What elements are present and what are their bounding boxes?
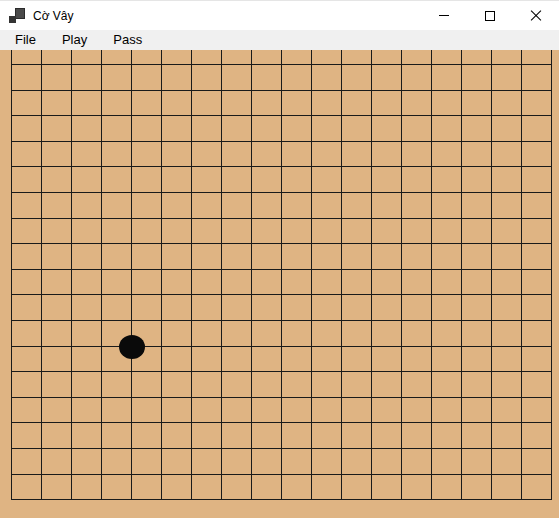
board-intersection-cell[interactable] <box>252 219 282 245</box>
board-intersection-cell[interactable] <box>252 50 282 65</box>
board-intersection-cell[interactable] <box>402 347 432 373</box>
board-intersection-cell[interactable] <box>42 219 72 245</box>
board-intersection-cell[interactable] <box>492 244 522 270</box>
board-intersection-cell[interactable] <box>12 50 42 65</box>
board-intersection-cell[interactable] <box>222 193 252 219</box>
board-intersection-cell[interactable] <box>72 219 102 245</box>
board-intersection-cell[interactable] <box>282 475 312 501</box>
board-intersection-cell[interactable] <box>72 167 102 193</box>
board-intersection-cell[interactable] <box>402 193 432 219</box>
board-intersection-cell[interactable] <box>132 50 162 65</box>
board-intersection-cell[interactable] <box>402 167 432 193</box>
board-intersection-cell[interactable] <box>282 50 312 65</box>
board-intersection-cell[interactable] <box>342 91 372 117</box>
board-intersection-cell[interactable] <box>252 91 282 117</box>
board-intersection-cell[interactable] <box>132 167 162 193</box>
board-intersection-cell[interactable] <box>462 193 492 219</box>
board-intersection-cell[interactable] <box>282 91 312 117</box>
board-intersection-cell[interactable] <box>162 91 192 117</box>
board-intersection-cell[interactable] <box>102 193 132 219</box>
board-intersection-cell[interactable] <box>12 423 42 449</box>
board-intersection-cell[interactable] <box>102 372 132 398</box>
board-intersection-cell[interactable] <box>282 347 312 373</box>
board-intersection-cell[interactable] <box>252 244 282 270</box>
board-intersection-cell[interactable] <box>162 65 192 91</box>
board-intersection-cell[interactable] <box>102 449 132 475</box>
board-intersection-cell[interactable] <box>312 91 342 117</box>
board-intersection-cell[interactable] <box>132 295 162 321</box>
board-intersection-cell[interactable] <box>42 372 72 398</box>
board-intersection-cell[interactable] <box>222 116 252 142</box>
board-intersection-cell[interactable] <box>342 295 372 321</box>
board-intersection-cell[interactable] <box>522 219 552 245</box>
board-intersection-cell[interactable] <box>252 65 282 91</box>
board-intersection-cell[interactable] <box>162 398 192 424</box>
board-intersection-cell[interactable] <box>402 270 432 296</box>
board-intersection-cell[interactable] <box>372 372 402 398</box>
board-intersection-cell[interactable] <box>282 295 312 321</box>
board-intersection-cell[interactable] <box>312 244 342 270</box>
board-intersection-cell[interactable] <box>432 321 462 347</box>
board-intersection-cell[interactable] <box>282 270 312 296</box>
board-intersection-cell[interactable] <box>222 65 252 91</box>
board-intersection-cell[interactable] <box>132 475 162 501</box>
board-intersection-cell[interactable] <box>42 270 72 296</box>
board-intersection-cell[interactable] <box>372 475 402 501</box>
board-intersection-cell[interactable] <box>42 91 72 117</box>
board-intersection-cell[interactable] <box>72 91 102 117</box>
board-intersection-cell[interactable] <box>222 167 252 193</box>
board-intersection-cell[interactable] <box>372 347 402 373</box>
board-intersection-cell[interactable] <box>102 65 132 91</box>
board-intersection-cell[interactable] <box>132 423 162 449</box>
board-intersection-cell[interactable] <box>222 270 252 296</box>
board-intersection-cell[interactable] <box>432 142 462 168</box>
board-intersection-cell[interactable] <box>102 167 132 193</box>
board-intersection-cell[interactable] <box>132 193 162 219</box>
board-intersection-cell[interactable] <box>72 295 102 321</box>
menu-pass[interactable]: Pass <box>100 30 155 50</box>
board-intersection-cell[interactable] <box>132 116 162 142</box>
board-intersection-cell[interactable] <box>372 321 402 347</box>
board-intersection-cell[interactable] <box>162 372 192 398</box>
board-intersection-cell[interactable] <box>402 398 432 424</box>
board-intersection-cell[interactable] <box>102 50 132 65</box>
board-intersection-cell[interactable] <box>432 398 462 424</box>
board-intersection-cell[interactable] <box>312 167 342 193</box>
board-intersection-cell[interactable] <box>432 475 462 501</box>
menu-file[interactable]: File <box>2 30 49 50</box>
board-intersection-cell[interactable] <box>402 219 432 245</box>
board-intersection-cell[interactable] <box>342 270 372 296</box>
board-intersection-cell[interactable] <box>372 193 402 219</box>
board-intersection-cell[interactable] <box>312 142 342 168</box>
board-intersection-cell[interactable] <box>252 347 282 373</box>
board-intersection-cell[interactable] <box>222 398 252 424</box>
board-intersection-cell[interactable] <box>222 347 252 373</box>
board-intersection-cell[interactable] <box>42 50 72 65</box>
board-intersection-cell[interactable] <box>522 50 552 65</box>
board-intersection-cell[interactable] <box>192 398 222 424</box>
close-button[interactable] <box>513 1 559 30</box>
board-intersection-cell[interactable] <box>522 65 552 91</box>
board-intersection-cell[interactable] <box>222 91 252 117</box>
board-intersection-cell[interactable] <box>192 475 222 501</box>
board-intersection-cell[interactable] <box>252 423 282 449</box>
board-intersection-cell[interactable] <box>432 270 462 296</box>
menu-play[interactable]: Play <box>49 30 100 50</box>
board-intersection-cell[interactable] <box>42 347 72 373</box>
board-intersection-cell[interactable] <box>72 50 102 65</box>
board-intersection-cell[interactable] <box>492 142 522 168</box>
board-intersection-cell[interactable] <box>312 193 342 219</box>
board-intersection-cell[interactable] <box>192 347 222 373</box>
board-intersection-cell[interactable] <box>132 372 162 398</box>
board-intersection-cell[interactable] <box>12 142 42 168</box>
black-stone[interactable] <box>119 335 145 359</box>
board-intersection-cell[interactable] <box>492 449 522 475</box>
board-intersection-cell[interactable] <box>162 50 192 65</box>
board-intersection-cell[interactable] <box>492 372 522 398</box>
board-intersection-cell[interactable] <box>432 347 462 373</box>
board-intersection-cell[interactable] <box>192 91 222 117</box>
board-intersection-cell[interactable] <box>342 423 372 449</box>
board-intersection-cell[interactable] <box>402 244 432 270</box>
board-intersection-cell[interactable] <box>492 193 522 219</box>
board-intersection-cell[interactable] <box>72 65 102 91</box>
board-intersection-cell[interactable] <box>282 116 312 142</box>
board-intersection-cell[interactable] <box>222 449 252 475</box>
board-intersection-cell[interactable] <box>132 244 162 270</box>
board-intersection-cell[interactable] <box>252 321 282 347</box>
board-intersection-cell[interactable] <box>312 116 342 142</box>
board-intersection-cell[interactable] <box>282 321 312 347</box>
board-intersection-cell[interactable] <box>132 219 162 245</box>
board-intersection-cell[interactable] <box>72 244 102 270</box>
board-intersection-cell[interactable] <box>312 219 342 245</box>
board-intersection-cell[interactable] <box>492 295 522 321</box>
board-intersection-cell[interactable] <box>312 270 342 296</box>
board-intersection-cell[interactable] <box>462 372 492 398</box>
board-intersection-cell[interactable] <box>312 475 342 501</box>
board-intersection-cell[interactable] <box>42 475 72 501</box>
board-intersection-cell[interactable] <box>72 270 102 296</box>
board-intersection-cell[interactable] <box>42 423 72 449</box>
board-intersection-cell[interactable] <box>312 65 342 91</box>
board-intersection-cell[interactable] <box>522 244 552 270</box>
board-intersection-cell[interactable] <box>12 372 42 398</box>
board-intersection-cell[interactable] <box>462 423 492 449</box>
board-intersection-cell[interactable] <box>12 295 42 321</box>
board-intersection-cell[interactable] <box>432 423 462 449</box>
board-intersection-cell[interactable] <box>342 50 372 65</box>
board-intersection-cell[interactable] <box>372 116 402 142</box>
board-intersection-cell[interactable] <box>312 398 342 424</box>
board-intersection-cell[interactable] <box>132 91 162 117</box>
board-intersection-cell[interactable] <box>522 193 552 219</box>
board-intersection-cell[interactable] <box>342 244 372 270</box>
board-intersection-cell[interactable] <box>342 219 372 245</box>
board-intersection-cell[interactable] <box>282 65 312 91</box>
board-intersection-cell[interactable] <box>372 398 402 424</box>
board-intersection-cell[interactable] <box>72 475 102 501</box>
board-intersection-cell[interactable] <box>342 449 372 475</box>
board-intersection-cell[interactable] <box>42 244 72 270</box>
board-intersection-cell[interactable] <box>462 142 492 168</box>
board-intersection-cell[interactable] <box>372 423 402 449</box>
board-intersection-cell[interactable] <box>192 244 222 270</box>
board-intersection-cell[interactable] <box>372 219 402 245</box>
board-intersection-cell[interactable] <box>402 116 432 142</box>
board-intersection-cell[interactable] <box>342 167 372 193</box>
board-intersection-cell[interactable] <box>492 116 522 142</box>
board-intersection-cell[interactable] <box>132 65 162 91</box>
board-intersection-cell[interactable] <box>252 116 282 142</box>
board-intersection-cell[interactable] <box>492 423 522 449</box>
board-intersection-cell[interactable] <box>42 321 72 347</box>
board-intersection-cell[interactable] <box>42 295 72 321</box>
board-intersection-cell[interactable] <box>492 270 522 296</box>
board-intersection-cell[interactable] <box>372 449 402 475</box>
board-intersection-cell[interactable] <box>12 116 42 142</box>
board-intersection-cell[interactable] <box>402 372 432 398</box>
board-intersection-cell[interactable] <box>72 321 102 347</box>
board-intersection-cell[interactable] <box>282 244 312 270</box>
board-intersection-cell[interactable] <box>162 449 192 475</box>
board-intersection-cell[interactable] <box>42 167 72 193</box>
board-intersection-cell[interactable] <box>102 116 132 142</box>
board-intersection-cell[interactable] <box>222 423 252 449</box>
board-intersection-cell[interactable] <box>192 65 222 91</box>
board-intersection-cell[interactable] <box>162 347 192 373</box>
board-intersection-cell[interactable] <box>342 372 372 398</box>
board-intersection-cell[interactable] <box>432 295 462 321</box>
board-intersection-cell[interactable] <box>102 244 132 270</box>
board-intersection-cell[interactable] <box>312 50 342 65</box>
board-intersection-cell[interactable] <box>72 193 102 219</box>
board-intersection-cell[interactable] <box>192 270 222 296</box>
board-intersection-cell[interactable] <box>462 449 492 475</box>
board-intersection-cell[interactable] <box>222 321 252 347</box>
board-intersection-cell[interactable] <box>342 475 372 501</box>
board-intersection-cell[interactable] <box>222 219 252 245</box>
minimize-button[interactable] <box>421 1 467 30</box>
maximize-button[interactable] <box>467 1 513 30</box>
board-intersection-cell[interactable] <box>522 167 552 193</box>
board-intersection-cell[interactable] <box>522 398 552 424</box>
board-intersection-cell[interactable] <box>282 398 312 424</box>
board-intersection-cell[interactable] <box>72 347 102 373</box>
board-intersection-cell[interactable] <box>372 167 402 193</box>
board-intersection-cell[interactable] <box>522 372 552 398</box>
board-intersection-cell[interactable] <box>192 423 222 449</box>
board-intersection-cell[interactable] <box>462 398 492 424</box>
board-intersection-cell[interactable] <box>192 321 222 347</box>
board-intersection-cell[interactable] <box>12 347 42 373</box>
board-intersection-cell[interactable] <box>252 449 282 475</box>
board-intersection-cell[interactable] <box>402 321 432 347</box>
board-intersection-cell[interactable] <box>522 116 552 142</box>
board-intersection-cell[interactable] <box>282 142 312 168</box>
board-intersection-cell[interactable] <box>252 475 282 501</box>
board-intersection-cell[interactable] <box>102 295 132 321</box>
board-intersection-cell[interactable] <box>12 91 42 117</box>
board-intersection-cell[interactable] <box>522 449 552 475</box>
board-intersection-cell[interactable] <box>492 475 522 501</box>
board-intersection-cell[interactable] <box>432 91 462 117</box>
board-intersection-cell[interactable] <box>462 270 492 296</box>
board-intersection-cell[interactable] <box>192 219 222 245</box>
board-intersection-cell[interactable] <box>192 142 222 168</box>
board-intersection-cell[interactable] <box>462 50 492 65</box>
board-intersection-cell[interactable] <box>162 475 192 501</box>
board-intersection-cell[interactable] <box>522 142 552 168</box>
board-intersection-cell[interactable] <box>282 219 312 245</box>
board-intersection-cell[interactable] <box>492 167 522 193</box>
board-intersection-cell[interactable] <box>42 449 72 475</box>
board-intersection-cell[interactable] <box>312 449 342 475</box>
board-intersection-cell[interactable] <box>102 142 132 168</box>
board-intersection-cell[interactable] <box>462 219 492 245</box>
board-intersection-cell[interactable] <box>312 347 342 373</box>
board-intersection-cell[interactable] <box>372 244 402 270</box>
board-intersection-cell[interactable] <box>132 142 162 168</box>
board-intersection-cell[interactable] <box>162 167 192 193</box>
board-intersection-cell[interactable] <box>432 116 462 142</box>
board-intersection-cell[interactable] <box>342 347 372 373</box>
board-intersection-cell[interactable] <box>282 372 312 398</box>
board-intersection-cell[interactable] <box>12 270 42 296</box>
board-intersection-cell[interactable] <box>402 475 432 501</box>
board-intersection-cell[interactable] <box>432 244 462 270</box>
board-intersection-cell[interactable] <box>282 167 312 193</box>
board-intersection-cell[interactable] <box>72 116 102 142</box>
board-intersection-cell[interactable] <box>162 321 192 347</box>
board-intersection-cell[interactable] <box>462 167 492 193</box>
board-intersection-cell[interactable] <box>72 372 102 398</box>
board-intersection-cell[interactable] <box>132 449 162 475</box>
board-intersection-cell[interactable] <box>402 295 432 321</box>
go-board[interactable] <box>0 50 559 518</box>
board-intersection-cell[interactable] <box>402 142 432 168</box>
board-intersection-cell[interactable] <box>282 423 312 449</box>
board-intersection-cell[interactable] <box>462 321 492 347</box>
board-intersection-cell[interactable] <box>402 65 432 91</box>
board-intersection-cell[interactable] <box>282 193 312 219</box>
board-intersection-cell[interactable] <box>372 295 402 321</box>
board-intersection-cell[interactable] <box>492 91 522 117</box>
board-intersection-cell[interactable] <box>102 219 132 245</box>
board-intersection-cell[interactable] <box>522 295 552 321</box>
board-intersection-cell[interactable] <box>192 167 222 193</box>
board-intersection-cell[interactable] <box>342 142 372 168</box>
board-intersection-cell[interactable] <box>252 372 282 398</box>
board-intersection-cell[interactable] <box>162 142 192 168</box>
board-intersection-cell[interactable] <box>462 116 492 142</box>
board-intersection-cell[interactable] <box>372 65 402 91</box>
board-intersection-cell[interactable] <box>12 219 42 245</box>
board-intersection-cell[interactable] <box>342 321 372 347</box>
board-intersection-cell[interactable] <box>492 50 522 65</box>
board-intersection-cell[interactable] <box>12 398 42 424</box>
board-intersection-cell[interactable] <box>432 449 462 475</box>
board-intersection-cell[interactable] <box>312 423 342 449</box>
board-intersection-cell[interactable] <box>192 50 222 65</box>
board-intersection-cell[interactable] <box>432 372 462 398</box>
board-intersection-cell[interactable] <box>462 295 492 321</box>
board-intersection-cell[interactable] <box>12 321 42 347</box>
board-intersection-cell[interactable] <box>102 475 132 501</box>
board-intersection-cell[interactable] <box>372 270 402 296</box>
board-intersection-cell[interactable] <box>462 347 492 373</box>
board-intersection-cell[interactable] <box>372 142 402 168</box>
board-intersection-cell[interactable] <box>72 398 102 424</box>
board-intersection-cell[interactable] <box>312 321 342 347</box>
board-intersection-cell[interactable] <box>312 295 342 321</box>
board-intersection-cell[interactable] <box>462 244 492 270</box>
board-intersection-cell[interactable] <box>462 475 492 501</box>
board-intersection-cell[interactable] <box>432 167 462 193</box>
board-intersection-cell[interactable] <box>192 193 222 219</box>
board-intersection-cell[interactable] <box>102 91 132 117</box>
board-intersection-cell[interactable] <box>522 347 552 373</box>
board-intersection-cell[interactable] <box>402 423 432 449</box>
board-intersection-cell[interactable] <box>252 398 282 424</box>
board-intersection-cell[interactable] <box>42 193 72 219</box>
board-intersection-cell[interactable] <box>42 142 72 168</box>
board-intersection-cell[interactable] <box>72 449 102 475</box>
board-intersection-cell[interactable] <box>72 142 102 168</box>
board-intersection-cell[interactable] <box>162 116 192 142</box>
board-intersection-cell[interactable] <box>342 116 372 142</box>
board-intersection-cell[interactable] <box>252 142 282 168</box>
board-intersection-cell[interactable] <box>462 91 492 117</box>
board-intersection-cell[interactable] <box>102 423 132 449</box>
board-intersection-cell[interactable] <box>372 50 402 65</box>
board-intersection-cell[interactable] <box>162 295 192 321</box>
board-intersection-cell[interactable] <box>12 65 42 91</box>
board-intersection-cell[interactable] <box>222 372 252 398</box>
board-intersection-cell[interactable] <box>162 270 192 296</box>
board-intersection-cell[interactable] <box>252 193 282 219</box>
board-intersection-cell[interactable] <box>12 193 42 219</box>
board-intersection-cell[interactable] <box>12 244 42 270</box>
board-intersection-cell[interactable] <box>522 91 552 117</box>
board-intersection-cell[interactable] <box>132 270 162 296</box>
board-intersection-cell[interactable] <box>432 219 462 245</box>
board-intersection-cell[interactable] <box>492 321 522 347</box>
board-intersection-cell[interactable] <box>192 116 222 142</box>
board-intersection-cell[interactable] <box>372 91 402 117</box>
board-intersection-cell[interactable] <box>492 65 522 91</box>
board-intersection-cell[interactable] <box>522 270 552 296</box>
board-intersection-cell[interactable] <box>42 65 72 91</box>
board-intersection-cell[interactable] <box>522 475 552 501</box>
board-intersection-cell[interactable] <box>252 270 282 296</box>
board-intersection-cell[interactable] <box>12 475 42 501</box>
board-intersection-cell[interactable] <box>312 372 342 398</box>
board-intersection-cell[interactable] <box>492 398 522 424</box>
board-intersection-cell[interactable] <box>462 65 492 91</box>
board-intersection-cell[interactable] <box>222 50 252 65</box>
board-intersection-cell[interactable] <box>492 347 522 373</box>
board-intersection-cell[interactable] <box>402 50 432 65</box>
board-intersection-cell[interactable] <box>282 449 312 475</box>
board-intersection-cell[interactable] <box>162 219 192 245</box>
board-intersection-cell[interactable] <box>72 423 102 449</box>
board-intersection-cell[interactable] <box>162 244 192 270</box>
board-intersection-cell[interactable] <box>252 167 282 193</box>
